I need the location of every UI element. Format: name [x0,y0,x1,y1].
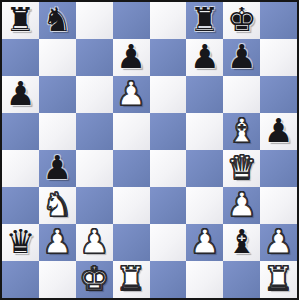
piece-black-pawn[interactable]: ♟ [116,40,146,73]
square-b2[interactable]: ♟ [39,224,76,261]
piece-black-pawn[interactable]: ♟ [264,114,294,147]
board-grid: ♜♞♜♚♟♟♟♟♟♝♟♟♛♞♟♛♟♟♟♝♟♚♜♜ [2,2,297,298]
square-h4[interactable] [260,150,297,187]
piece-white-pawn[interactable]: ♟ [116,77,146,110]
square-f7[interactable]: ♟ [186,39,223,76]
square-e6[interactable] [150,76,187,113]
chessboard: ♜♞♜♚♟♟♟♟♟♝♟♟♛♞♟♛♟♟♟♝♟♚♜♜ [0,0,299,300]
square-a7[interactable] [2,39,39,76]
piece-white-rook[interactable]: ♜ [116,262,146,295]
square-f4[interactable] [186,150,223,187]
square-e5[interactable] [150,113,187,150]
square-e4[interactable] [150,150,187,187]
square-c4[interactable] [76,150,113,187]
piece-black-pawn[interactable]: ♟ [43,151,73,184]
piece-white-pawn[interactable]: ♟ [264,225,294,258]
square-b7[interactable] [39,39,76,76]
square-c5[interactable] [76,113,113,150]
square-h2[interactable]: ♟ [260,224,297,261]
piece-white-knight[interactable]: ♞ [43,188,73,221]
square-f5[interactable] [186,113,223,150]
square-c2[interactable]: ♟ [76,224,113,261]
square-h6[interactable] [260,76,297,113]
square-d7[interactable]: ♟ [113,39,150,76]
square-f8[interactable]: ♜ [186,2,223,39]
square-h8[interactable] [260,2,297,39]
piece-black-queen[interactable]: ♛ [6,225,36,258]
square-c1[interactable]: ♚ [76,261,113,298]
square-b3[interactable]: ♞ [39,187,76,224]
piece-white-pawn[interactable]: ♟ [79,225,109,258]
square-g6[interactable] [223,76,260,113]
piece-black-bishop[interactable]: ♝ [227,225,257,258]
square-c8[interactable] [76,2,113,39]
square-a1[interactable] [2,261,39,298]
piece-black-king[interactable]: ♚ [227,3,257,36]
piece-white-bishop[interactable]: ♝ [227,114,257,147]
piece-black-pawn[interactable]: ♟ [6,77,36,110]
square-b6[interactable] [39,76,76,113]
piece-black-rook[interactable]: ♜ [190,3,220,36]
square-g1[interactable] [223,261,260,298]
square-h3[interactable] [260,187,297,224]
square-f1[interactable] [186,261,223,298]
piece-white-pawn[interactable]: ♟ [227,188,257,221]
piece-black-rook[interactable]: ♜ [6,3,36,36]
square-d4[interactable] [113,150,150,187]
square-b5[interactable] [39,113,76,150]
square-a5[interactable] [2,113,39,150]
square-f6[interactable] [186,76,223,113]
square-a4[interactable] [2,150,39,187]
square-g5[interactable]: ♝ [223,113,260,150]
square-d6[interactable]: ♟ [113,76,150,113]
square-e2[interactable] [150,224,187,261]
square-f2[interactable]: ♟ [186,224,223,261]
square-a2[interactable]: ♛ [2,224,39,261]
square-e1[interactable] [150,261,187,298]
square-g2[interactable]: ♝ [223,224,260,261]
square-d5[interactable] [113,113,150,150]
piece-black-knight[interactable]: ♞ [43,3,73,36]
square-c6[interactable] [76,76,113,113]
piece-black-pawn[interactable]: ♟ [190,40,220,73]
square-f3[interactable] [186,187,223,224]
square-h7[interactable] [260,39,297,76]
square-b8[interactable]: ♞ [39,2,76,39]
square-a3[interactable] [2,187,39,224]
square-g8[interactable]: ♚ [223,2,260,39]
piece-black-pawn[interactable]: ♟ [227,40,257,73]
piece-white-queen[interactable]: ♛ [227,151,257,184]
square-c7[interactable] [76,39,113,76]
square-h1[interactable]: ♜ [260,261,297,298]
square-d2[interactable] [113,224,150,261]
piece-white-pawn[interactable]: ♟ [190,225,220,258]
square-a6[interactable]: ♟ [2,76,39,113]
piece-white-pawn[interactable]: ♟ [43,225,73,258]
square-h5[interactable]: ♟ [260,113,297,150]
square-c3[interactable] [76,187,113,224]
square-g4[interactable]: ♛ [223,150,260,187]
square-b4[interactable]: ♟ [39,150,76,187]
square-d3[interactable] [113,187,150,224]
square-d8[interactable] [113,2,150,39]
square-g3[interactable]: ♟ [223,187,260,224]
piece-white-rook[interactable]: ♜ [264,262,294,295]
square-b1[interactable] [39,261,76,298]
square-a8[interactable]: ♜ [2,2,39,39]
square-e3[interactable] [150,187,187,224]
square-e8[interactable] [150,2,187,39]
piece-white-king[interactable]: ♚ [79,262,109,295]
square-d1[interactable]: ♜ [113,261,150,298]
square-g7[interactable]: ♟ [223,39,260,76]
square-e7[interactable] [150,39,187,76]
